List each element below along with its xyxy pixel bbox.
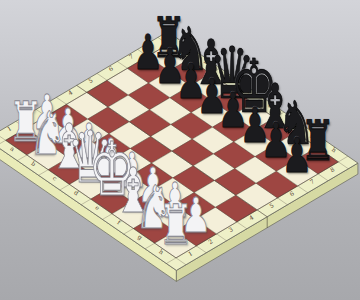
piece-black-pawn-h7[interactable]: ♟ (280, 131, 314, 179)
cad-render-viewport: aabbccddeeffgghh1122334455667788 ♜♞♝♛♚♝♞… (0, 0, 360, 300)
piece-white-rook-h1[interactable]: ♜ (156, 196, 195, 251)
pieces-layer: ♜♞♝♛♚♝♞♜♟♟♟♟♟♟♟♟♟♟♟♟♟♟♟♟♜♞♝♛♚♝♞♜ (0, 0, 360, 300)
